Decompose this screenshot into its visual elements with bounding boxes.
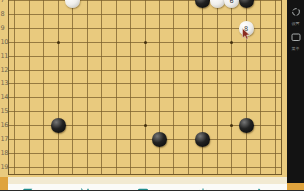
grid-line bbox=[8, 111, 281, 112]
stone-black bbox=[152, 132, 167, 147]
row-label: 17 bbox=[1, 136, 9, 143]
row-label: 19 bbox=[1, 164, 9, 171]
row-label: 8 bbox=[1, 11, 9, 18]
star-point bbox=[144, 41, 147, 44]
grid-line bbox=[72, 0, 73, 174]
stone-black bbox=[195, 132, 210, 147]
grid-line bbox=[43, 0, 44, 174]
sidebar: 设置 菜单 bbox=[287, 0, 304, 183]
sidebar-item-menu[interactable]: 菜单 bbox=[287, 27, 304, 51]
grid-line bbox=[8, 14, 281, 15]
grid-line bbox=[260, 0, 261, 174]
corner-accent-left bbox=[0, 177, 8, 190]
settings-icon bbox=[291, 2, 301, 21]
grid-line bbox=[8, 56, 281, 57]
row-label: 18 bbox=[1, 150, 9, 157]
grid-line bbox=[188, 0, 189, 174]
board-edge-bottom bbox=[8, 174, 282, 175]
undo-arrow-icon[interactable] bbox=[251, 185, 263, 191]
board-square-icon[interactable] bbox=[137, 185, 149, 191]
grid-line bbox=[8, 97, 281, 98]
stone-white: 6 bbox=[224, 0, 239, 8]
grid-line bbox=[87, 0, 88, 174]
go-app-screen: 7891011121314151617181968 设置 菜单 bbox=[0, 0, 304, 190]
grid-line bbox=[202, 0, 203, 174]
grid-line bbox=[130, 0, 131, 174]
row-label: 15 bbox=[1, 108, 9, 115]
star-point bbox=[230, 41, 233, 44]
star-point bbox=[230, 124, 233, 127]
grid-line bbox=[275, 0, 276, 174]
stone-black bbox=[239, 118, 254, 133]
star-point bbox=[57, 41, 60, 44]
footer-divider-strip bbox=[8, 177, 287, 184]
grid-line bbox=[159, 0, 160, 174]
grid-line bbox=[29, 0, 30, 174]
grid-line bbox=[217, 0, 218, 174]
row-label: 14 bbox=[1, 94, 9, 101]
stone-black bbox=[239, 0, 254, 8]
row-label: 10 bbox=[1, 39, 9, 46]
menu-icon bbox=[291, 27, 301, 46]
row-label: 7 bbox=[1, 0, 9, 4]
grid-line bbox=[8, 153, 281, 154]
stone-white bbox=[65, 0, 80, 8]
sidebar-item-settings[interactable]: 设置 bbox=[287, 2, 304, 26]
stone-black bbox=[195, 0, 210, 8]
row-label: 13 bbox=[1, 80, 9, 87]
gear-icon[interactable] bbox=[197, 185, 209, 191]
grid-line bbox=[58, 0, 59, 174]
star-point bbox=[144, 124, 147, 127]
grid-line bbox=[116, 0, 117, 174]
stone-black bbox=[51, 118, 66, 133]
row-label: 9 bbox=[1, 25, 9, 32]
corner-accent-right bbox=[287, 183, 304, 190]
stone-white bbox=[210, 0, 225, 8]
board-edge-right bbox=[281, 0, 282, 175]
grid-line bbox=[173, 0, 174, 174]
sidebar-item-label: 菜单 bbox=[288, 46, 303, 51]
grid-line bbox=[145, 0, 146, 174]
move-number: 6 bbox=[230, 0, 234, 4]
grid-line bbox=[231, 0, 232, 174]
grid-line bbox=[8, 70, 281, 71]
grid-line bbox=[8, 167, 281, 168]
grid-line bbox=[8, 83, 281, 84]
row-label: 12 bbox=[1, 67, 9, 74]
trend-chart-icon[interactable] bbox=[81, 185, 93, 191]
grid-line bbox=[8, 139, 281, 140]
mouse-cursor-icon bbox=[242, 25, 251, 37]
sidebar-item-label: 设置 bbox=[288, 21, 303, 26]
grid-line bbox=[101, 0, 102, 174]
row-label: 16 bbox=[1, 122, 9, 129]
row-label: 11 bbox=[1, 53, 9, 60]
grid-line bbox=[14, 0, 15, 174]
flag-icon[interactable] bbox=[22, 185, 34, 191]
